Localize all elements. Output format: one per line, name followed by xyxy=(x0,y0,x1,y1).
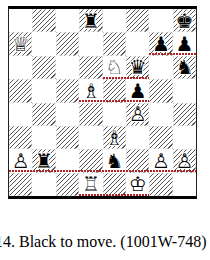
square-g7: ♟ xyxy=(149,32,172,55)
piece-white-pawn-h2: ♙ xyxy=(175,151,193,171)
red-wavy-underline xyxy=(79,100,149,103)
square-d6 xyxy=(79,56,102,79)
square-a5 xyxy=(9,79,32,102)
square-a3 xyxy=(9,126,32,149)
square-a8 xyxy=(9,9,32,32)
square-d7 xyxy=(79,32,102,55)
piece-white-queen-a7: ♕ xyxy=(12,34,30,54)
square-g6 xyxy=(149,56,172,79)
square-b1 xyxy=(32,173,55,196)
square-g4 xyxy=(149,103,172,126)
red-wavy-underline xyxy=(149,53,196,56)
piece-white-bishop-e3: ♗ xyxy=(105,128,123,148)
square-c1 xyxy=(56,173,79,196)
square-h2: ♙ xyxy=(173,149,196,172)
square-b8 xyxy=(32,9,55,32)
square-g1 xyxy=(149,173,172,196)
square-e4 xyxy=(103,103,126,126)
piece-white-pawn-a2: ♙ xyxy=(12,151,30,171)
red-wavy-underline xyxy=(103,77,150,80)
square-e5 xyxy=(103,79,126,102)
piece-white-bishop-d5: ♗ xyxy=(82,81,100,101)
piece-black-pawn-f5: ♟ xyxy=(129,81,147,101)
square-e2: ♞ xyxy=(103,149,126,172)
board-frame: ♜♚♕♟♟♘♛♞♗♟♙♗♙♜♞♙♙♖♔ xyxy=(8,6,197,199)
square-f8 xyxy=(126,9,149,32)
square-c8 xyxy=(56,9,79,32)
square-c5 xyxy=(56,79,79,102)
square-h5 xyxy=(173,79,196,102)
square-h3 xyxy=(173,126,196,149)
square-b4 xyxy=(32,103,55,126)
square-a6 xyxy=(9,56,32,79)
piece-black-knight-h6: ♞ xyxy=(175,57,193,77)
square-c3 xyxy=(56,126,79,149)
piece-black-queen-f6: ♛ xyxy=(129,57,147,77)
square-h8: ♚ xyxy=(173,9,196,32)
piece-black-knight-e2: ♞ xyxy=(105,151,123,171)
square-h7: ♟ xyxy=(173,32,196,55)
square-d5: ♗ xyxy=(79,79,102,102)
piece-black-king-h8: ♚ xyxy=(175,11,193,31)
piece-black-pawn-h7: ♟ xyxy=(175,34,193,54)
chess-board: ♜♚♕♟♟♘♛♞♗♟♙♗♙♜♞♙♙♖♔ xyxy=(9,9,196,196)
square-b6 xyxy=(32,56,55,79)
square-a4 xyxy=(9,103,32,126)
square-b5 xyxy=(32,79,55,102)
square-d3 xyxy=(79,126,102,149)
square-e7 xyxy=(103,32,126,55)
square-f3 xyxy=(126,126,149,149)
square-a1 xyxy=(9,173,32,196)
square-e1 xyxy=(103,173,126,196)
square-g5 xyxy=(149,79,172,102)
piece-white-pawn-g2: ♙ xyxy=(152,151,170,171)
square-d2 xyxy=(79,149,102,172)
piece-black-pawn-g7: ♟ xyxy=(152,34,170,54)
square-a2: ♙ xyxy=(9,149,32,172)
piece-black-rook-d8: ♜ xyxy=(82,11,100,31)
square-h4 xyxy=(173,103,196,126)
square-c7 xyxy=(56,32,79,55)
square-f6: ♛ xyxy=(126,56,149,79)
piece-black-rook-b2: ♜ xyxy=(35,151,53,171)
square-f2 xyxy=(126,149,149,172)
square-d4 xyxy=(79,103,102,126)
square-g2: ♙ xyxy=(149,149,172,172)
square-c4 xyxy=(56,103,79,126)
square-f4: ♙ xyxy=(126,103,149,126)
piece-white-knight-e6: ♘ xyxy=(105,57,123,77)
red-wavy-underline xyxy=(9,170,196,173)
square-e3: ♗ xyxy=(103,126,126,149)
square-h1 xyxy=(173,173,196,196)
square-f1: ♔ xyxy=(126,173,149,196)
square-e8 xyxy=(103,9,126,32)
square-b2: ♜ xyxy=(32,149,55,172)
square-d1: ♖ xyxy=(79,173,102,196)
square-e6: ♘ xyxy=(103,56,126,79)
piece-white-rook-d1: ♖ xyxy=(82,174,100,194)
square-b7 xyxy=(32,32,55,55)
square-f7 xyxy=(126,32,149,55)
square-c2 xyxy=(56,149,79,172)
square-f5: ♟ xyxy=(126,79,149,102)
square-a7: ♕ xyxy=(9,32,32,55)
diagram-caption: 14. Black to move. (1001W-748) xyxy=(0,233,210,251)
piece-white-king-f1: ♔ xyxy=(129,174,147,194)
piece-white-pawn-f4: ♙ xyxy=(129,104,147,124)
square-d8: ♜ xyxy=(79,9,102,32)
square-g3 xyxy=(149,126,172,149)
square-g8 xyxy=(149,9,172,32)
red-wavy-underline xyxy=(79,194,149,197)
square-c6 xyxy=(56,56,79,79)
square-b3 xyxy=(32,126,55,149)
square-h6: ♞ xyxy=(173,56,196,79)
